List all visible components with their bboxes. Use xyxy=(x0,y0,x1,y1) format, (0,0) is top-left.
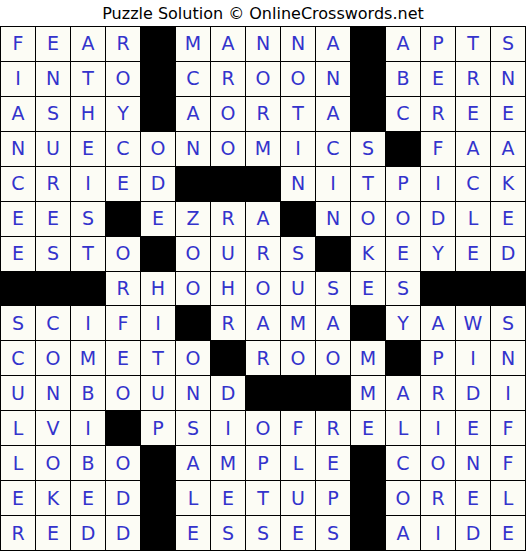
letter-cell-r15c13: I xyxy=(421,516,455,550)
letter-cell-r8c5: H xyxy=(141,272,175,306)
letter-cell-r3c8: R xyxy=(246,97,280,131)
letter-cell-r9c1: S xyxy=(1,306,35,340)
letter-cell-r10c14: I xyxy=(456,341,490,375)
letter-cell-r6c5: E xyxy=(141,202,175,236)
letter-cell-r1c10: A xyxy=(316,27,350,61)
block-cell-r10c7 xyxy=(211,341,245,375)
letter-cell-r13c13: O xyxy=(421,446,455,480)
letter-cell-r9c9: M xyxy=(281,306,315,340)
letter-cell-r2c1: I xyxy=(1,62,35,96)
block-cell-r8c15 xyxy=(491,272,525,306)
letter-cell-r9c12: Y xyxy=(386,306,420,340)
letter-cell-r4c15: A xyxy=(491,132,525,166)
letter-cell-r2c4: O xyxy=(106,62,140,96)
letter-cell-r8c4: R xyxy=(106,272,140,306)
letter-cell-r1c8: N xyxy=(246,27,280,61)
letter-cell-r5c10: I xyxy=(316,167,350,201)
letter-cell-r3c1: A xyxy=(1,97,35,131)
letter-cell-r14c3: E xyxy=(71,481,105,515)
letter-cell-r15c2: E xyxy=(36,516,70,550)
letter-cell-r3c3: H xyxy=(71,97,105,131)
letter-cell-r7c1: E xyxy=(1,237,35,271)
letter-cell-r3c12: C xyxy=(386,97,420,131)
block-cell-r9c6 xyxy=(176,306,210,340)
letter-cell-r8c12: S xyxy=(386,272,420,306)
letter-cell-r7c12: E xyxy=(386,237,420,271)
letter-cell-r3c2: S xyxy=(36,97,70,131)
letter-cell-r2c10: N xyxy=(316,62,350,96)
letter-cell-r6c15: E xyxy=(491,202,525,236)
letter-cell-r9c7: R xyxy=(211,306,245,340)
letter-cell-r4c9: I xyxy=(281,132,315,166)
letter-cell-r11c6: N xyxy=(176,376,210,410)
letter-cell-r7c8: R xyxy=(246,237,280,271)
letter-cell-r11c5: U xyxy=(141,376,175,410)
block-cell-r7c10 xyxy=(316,237,350,271)
letter-cell-r14c9: U xyxy=(281,481,315,515)
letter-cell-r11c4: O xyxy=(106,376,140,410)
letter-cell-r10c5: T xyxy=(141,341,175,375)
letter-cell-r3c14: E xyxy=(456,97,490,131)
letter-cell-r8c11: E xyxy=(351,272,385,306)
letter-cell-r1c15: S xyxy=(491,27,525,61)
letter-cell-r3c15: E xyxy=(491,97,525,131)
block-cell-r8c3 xyxy=(71,272,105,306)
letter-cell-r7c11: K xyxy=(351,237,385,271)
block-cell-r13c11 xyxy=(351,446,385,480)
block-cell-r3c11 xyxy=(351,97,385,131)
letter-cell-r12c1: L xyxy=(1,411,35,445)
letter-cell-r13c1: L xyxy=(1,446,35,480)
letter-cell-r5c9: N xyxy=(281,167,315,201)
letter-cell-r4c10: C xyxy=(316,132,350,166)
letter-cell-r2c3: T xyxy=(71,62,105,96)
letter-cell-r6c6: Z xyxy=(176,202,210,236)
block-cell-r6c4 xyxy=(106,202,140,236)
letter-cell-r15c8: S xyxy=(246,516,280,550)
letter-cell-r2c6: C xyxy=(176,62,210,96)
letter-cell-r13c14: N xyxy=(456,446,490,480)
letter-cell-r15c12: A xyxy=(386,516,420,550)
letter-cell-r12c11: E xyxy=(351,411,385,445)
puzzle-solution-page: Puzzle Solution © OnlineCrosswords.net F… xyxy=(0,0,526,551)
letter-cell-r1c4: R xyxy=(106,27,140,61)
letter-cell-r7c2: S xyxy=(36,237,70,271)
letter-cell-r2c14: R xyxy=(456,62,490,96)
letter-cell-r11c15: I xyxy=(491,376,525,410)
letter-cell-r13c3: B xyxy=(71,446,105,480)
letter-cell-r4c14: A xyxy=(456,132,490,166)
letter-cell-r2c7: R xyxy=(211,62,245,96)
letter-cell-r6c8: A xyxy=(246,202,280,236)
letter-cell-r14c2: K xyxy=(36,481,70,515)
letter-cell-r11c14: D xyxy=(456,376,490,410)
letter-cell-r7c13: Y xyxy=(421,237,455,271)
letter-cell-r1c12: A xyxy=(386,27,420,61)
block-cell-r1c11 xyxy=(351,27,385,61)
letter-cell-r1c9: N xyxy=(281,27,315,61)
letter-cell-r4c2: U xyxy=(36,132,70,166)
letter-cell-r5c5: D xyxy=(141,167,175,201)
block-cell-r2c5 xyxy=(141,62,175,96)
letter-cell-r5c13: I xyxy=(421,167,455,201)
letter-cell-r10c2: O xyxy=(36,341,70,375)
letter-cell-r8c6: O xyxy=(176,272,210,306)
letter-cell-r15c10: S xyxy=(316,516,350,550)
letter-cell-r11c12: A xyxy=(386,376,420,410)
letter-cell-r8c9: U xyxy=(281,272,315,306)
letter-cell-r11c3: B xyxy=(71,376,105,410)
letter-cell-r12c13: I xyxy=(421,411,455,445)
letter-cell-r4c11: S xyxy=(351,132,385,166)
block-cell-r1c5 xyxy=(141,27,175,61)
letter-cell-r7c15: D xyxy=(491,237,525,271)
block-cell-r5c8 xyxy=(246,167,280,201)
letter-cell-r12c3: I xyxy=(71,411,105,445)
block-cell-r11c9 xyxy=(281,376,315,410)
letter-cell-r10c11: M xyxy=(351,341,385,375)
letter-cell-r10c6: O xyxy=(176,341,210,375)
block-cell-r14c5 xyxy=(141,481,175,515)
letter-cell-r11c7: D xyxy=(211,376,245,410)
letter-cell-r12c7: I xyxy=(211,411,245,445)
block-cell-r8c13 xyxy=(421,272,455,306)
letter-cell-r11c11: M xyxy=(351,376,385,410)
letter-cell-r12c15: F xyxy=(491,411,525,445)
letter-cell-r1c6: M xyxy=(176,27,210,61)
letter-cell-r9c2: C xyxy=(36,306,70,340)
letter-cell-r14c15: L xyxy=(491,481,525,515)
letter-cell-r6c10: N xyxy=(316,202,350,236)
letter-cell-r10c4: E xyxy=(106,341,140,375)
letter-cell-r14c1: E xyxy=(1,481,35,515)
letter-cell-r10c3: M xyxy=(71,341,105,375)
block-cell-r11c8 xyxy=(246,376,280,410)
letter-cell-r7c6: O xyxy=(176,237,210,271)
letter-cell-r12c12: L xyxy=(386,411,420,445)
letter-cell-r3c7: O xyxy=(211,97,245,131)
letter-cell-r7c3: T xyxy=(71,237,105,271)
letter-cell-r12c6: S xyxy=(176,411,210,445)
letter-cell-r5c11: T xyxy=(351,167,385,201)
letter-cell-r3c9: T xyxy=(281,97,315,131)
letter-cell-r9c3: I xyxy=(71,306,105,340)
block-cell-r5c6 xyxy=(176,167,210,201)
letter-cell-r12c5: P xyxy=(141,411,175,445)
letter-cell-r6c12: O xyxy=(386,202,420,236)
letter-cell-r4c3: E xyxy=(71,132,105,166)
letter-cell-r10c10: O xyxy=(316,341,350,375)
block-cell-r12c4 xyxy=(106,411,140,445)
block-cell-r13c5 xyxy=(141,446,175,480)
letter-cell-r4c6: N xyxy=(176,132,210,166)
letter-cell-r5c15: K xyxy=(491,167,525,201)
letter-cell-r5c12: P xyxy=(386,167,420,201)
block-cell-r8c14 xyxy=(456,272,490,306)
letter-cell-r10c13: P xyxy=(421,341,455,375)
letter-cell-r5c2: R xyxy=(36,167,70,201)
letter-cell-r12c2: V xyxy=(36,411,70,445)
letter-cell-r7c7: U xyxy=(211,237,245,271)
letter-cell-r4c13: F xyxy=(421,132,455,166)
letter-cell-r1c14: T xyxy=(456,27,490,61)
letter-cell-r3c10: A xyxy=(316,97,350,131)
letter-cell-r11c13: R xyxy=(421,376,455,410)
letter-cell-r15c15: E xyxy=(491,516,525,550)
letter-cell-r13c12: C xyxy=(386,446,420,480)
letter-cell-r14c10: P xyxy=(316,481,350,515)
letter-cell-r11c2: N xyxy=(36,376,70,410)
letter-cell-r5c14: C xyxy=(456,167,490,201)
letter-cell-r4c5: O xyxy=(141,132,175,166)
letter-cell-r3c6: A xyxy=(176,97,210,131)
letter-cell-r13c15: F xyxy=(491,446,525,480)
letter-cell-r9c4: F xyxy=(106,306,140,340)
letter-cell-r13c9: L xyxy=(281,446,315,480)
letter-cell-r13c8: P xyxy=(246,446,280,480)
letter-cell-r4c7: O xyxy=(211,132,245,166)
letter-cell-r13c6: A xyxy=(176,446,210,480)
letter-cell-r13c7: M xyxy=(211,446,245,480)
letter-cell-r7c9: S xyxy=(281,237,315,271)
letter-cell-r15c14: D xyxy=(456,516,490,550)
letter-cell-r7c4: O xyxy=(106,237,140,271)
letter-cell-r3c4: Y xyxy=(106,97,140,131)
letter-cell-r5c3: I xyxy=(71,167,105,201)
letter-cell-r5c4: E xyxy=(106,167,140,201)
letter-cell-r12c9: F xyxy=(281,411,315,445)
letter-cell-r13c4: O xyxy=(106,446,140,480)
letter-cell-r15c4: D xyxy=(106,516,140,550)
letter-cell-r6c14: L xyxy=(456,202,490,236)
letter-cell-r2c15: N xyxy=(491,62,525,96)
block-cell-r15c5 xyxy=(141,516,175,550)
title-bar: Puzzle Solution © OnlineCrosswords.net xyxy=(0,0,526,26)
letter-cell-r9c5: I xyxy=(141,306,175,340)
letter-cell-r10c1: C xyxy=(1,341,35,375)
block-cell-r9c11 xyxy=(351,306,385,340)
letter-cell-r14c12: O xyxy=(386,481,420,515)
letter-cell-r9c15: S xyxy=(491,306,525,340)
block-cell-r5c7 xyxy=(211,167,245,201)
letter-cell-r9c14: W xyxy=(456,306,490,340)
letter-cell-r9c8: A xyxy=(246,306,280,340)
letter-cell-r6c13: D xyxy=(421,202,455,236)
crossword-grid: FEARMANNAAPTSINTOCROONBERNASHYAORTACREEN… xyxy=(0,26,526,551)
letter-cell-r2c12: B xyxy=(386,62,420,96)
letter-cell-r6c7: R xyxy=(211,202,245,236)
letter-cell-r4c4: C xyxy=(106,132,140,166)
letter-cell-r2c9: O xyxy=(281,62,315,96)
letter-cell-r5c1: C xyxy=(1,167,35,201)
letter-cell-r14c14: E xyxy=(456,481,490,515)
letter-cell-r8c8: O xyxy=(246,272,280,306)
letter-cell-r3c13: R xyxy=(421,97,455,131)
letter-cell-r15c7: S xyxy=(211,516,245,550)
letter-cell-r14c4: D xyxy=(106,481,140,515)
block-cell-r11c10 xyxy=(316,376,350,410)
block-cell-r14c11 xyxy=(351,481,385,515)
letter-cell-r6c1: E xyxy=(1,202,35,236)
letter-cell-r14c13: R xyxy=(421,481,455,515)
letter-cell-r14c8: T xyxy=(246,481,280,515)
block-cell-r2c11 xyxy=(351,62,385,96)
letter-cell-r2c13: E xyxy=(421,62,455,96)
block-cell-r6c9 xyxy=(281,202,315,236)
letter-cell-r1c3: A xyxy=(71,27,105,61)
letter-cell-r15c1: R xyxy=(1,516,35,550)
letter-cell-r8c10: S xyxy=(316,272,350,306)
letter-cell-r1c7: A xyxy=(211,27,245,61)
block-cell-r15c11 xyxy=(351,516,385,550)
letter-cell-r6c11: O xyxy=(351,202,385,236)
page-title: Puzzle Solution © OnlineCrosswords.net xyxy=(102,4,424,23)
letter-cell-r11c1: U xyxy=(1,376,35,410)
block-cell-r7c5 xyxy=(141,237,175,271)
letter-cell-r1c2: E xyxy=(36,27,70,61)
letter-cell-r2c2: N xyxy=(36,62,70,96)
letter-cell-r4c8: M xyxy=(246,132,280,166)
letter-cell-r15c9: E xyxy=(281,516,315,550)
letter-cell-r14c6: L xyxy=(176,481,210,515)
letter-cell-r1c1: F xyxy=(1,27,35,61)
letter-cell-r9c13: A xyxy=(421,306,455,340)
letter-cell-r9c10: A xyxy=(316,306,350,340)
letter-cell-r15c3: D xyxy=(71,516,105,550)
block-cell-r10c12 xyxy=(386,341,420,375)
letter-cell-r12c10: R xyxy=(316,411,350,445)
block-cell-r3c5 xyxy=(141,97,175,131)
letter-cell-r13c10: E xyxy=(316,446,350,480)
letter-cell-r10c8: R xyxy=(246,341,280,375)
letter-cell-r14c7: E xyxy=(211,481,245,515)
letter-cell-r6c3: S xyxy=(71,202,105,236)
letter-cell-r7c14: E xyxy=(456,237,490,271)
letter-cell-r6c2: E xyxy=(36,202,70,236)
letter-cell-r2c8: O xyxy=(246,62,280,96)
letter-cell-r8c7: H xyxy=(211,272,245,306)
block-cell-r4c12 xyxy=(386,132,420,166)
letter-cell-r13c2: O xyxy=(36,446,70,480)
letter-cell-r12c14: E xyxy=(456,411,490,445)
letter-cell-r12c8: O xyxy=(246,411,280,445)
letter-cell-r15c6: E xyxy=(176,516,210,550)
letter-cell-r10c9: O xyxy=(281,341,315,375)
block-cell-r8c1 xyxy=(1,272,35,306)
block-cell-r8c2 xyxy=(36,272,70,306)
letter-cell-r4c1: N xyxy=(1,132,35,166)
letter-cell-r10c15: N xyxy=(491,341,525,375)
letter-cell-r1c13: P xyxy=(421,27,455,61)
